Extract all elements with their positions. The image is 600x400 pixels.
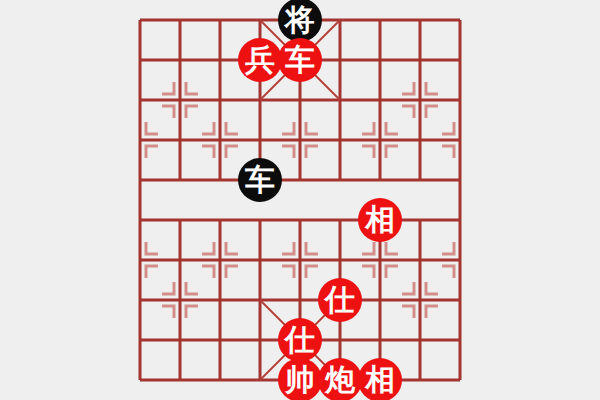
piece-black-general[interactable]: 将 bbox=[278, 0, 322, 42]
xiangqi-board[interactable]: 将兵车车相仕仕帅炮相 bbox=[120, 0, 480, 400]
piece-red-elephant[interactable]: 相 bbox=[358, 358, 402, 400]
piece-red-cannon[interactable]: 炮 bbox=[318, 358, 362, 400]
piece-red-chariot[interactable]: 车 bbox=[278, 38, 322, 82]
piece-red-advisor[interactable]: 仕 bbox=[278, 318, 322, 362]
xiangqi-app-screen: 将兵车车相仕仕帅炮相 bbox=[0, 0, 600, 400]
piece-black-chariot[interactable]: 车 bbox=[238, 158, 282, 202]
piece-red-soldier[interactable]: 兵 bbox=[238, 38, 282, 82]
piece-red-elephant[interactable]: 相 bbox=[358, 198, 402, 242]
piece-red-general[interactable]: 帅 bbox=[278, 358, 322, 400]
piece-red-advisor[interactable]: 仕 bbox=[318, 278, 362, 322]
